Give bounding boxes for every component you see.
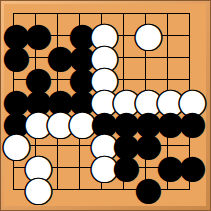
intersection-f8[interactable]: ● <box>112 156 134 178</box>
goban-grid: ●●●●●●●●●●●●●●●●●●●●●●●●●●●●●●●●●●●●●●●●… <box>2 2 200 200</box>
intersection-h3[interactable] <box>156 46 178 68</box>
intersection-h2[interactable] <box>156 24 178 46</box>
intersection-f9[interactable] <box>112 178 134 200</box>
intersection-b9[interactable]: ● <box>24 178 46 200</box>
intersection-a3[interactable]: ● <box>2 46 24 68</box>
intersection-e9[interactable] <box>90 178 112 200</box>
black-stone: ● <box>178 112 200 134</box>
intersection-a7[interactable]: ● <box>2 134 24 156</box>
intersection-d8[interactable] <box>68 156 90 178</box>
white-stone: ● <box>24 178 46 200</box>
intersection-i8[interactable]: ● <box>178 156 200 178</box>
intersection-c6[interactable]: ● <box>46 112 68 134</box>
black-stone: ● <box>178 156 200 178</box>
intersection-i1[interactable] <box>178 2 200 24</box>
intersection-d9[interactable] <box>68 178 90 200</box>
go-board: ●●●●●●●●●●●●●●●●●●●●●●●●●●●●●●●●●●●●●●●●… <box>0 0 211 211</box>
intersection-a9[interactable] <box>2 178 24 200</box>
intersection-i9[interactable] <box>178 178 200 200</box>
white-stone: ● <box>46 112 68 134</box>
white-stone: ● <box>68 112 90 134</box>
intersection-e8[interactable]: ● <box>90 156 112 178</box>
black-stone: ● <box>112 156 134 178</box>
intersection-c9[interactable] <box>46 178 68 200</box>
black-stone: ● <box>134 178 156 200</box>
white-stone: ● <box>2 134 24 156</box>
intersection-i6[interactable]: ● <box>178 112 200 134</box>
intersection-d7[interactable] <box>68 134 90 156</box>
intersection-g3[interactable] <box>134 46 156 68</box>
black-stone: ● <box>2 46 24 68</box>
intersection-i3[interactable] <box>178 46 200 68</box>
white-stone: ● <box>134 24 156 46</box>
white-stone: ● <box>90 156 112 178</box>
intersection-i2[interactable] <box>178 24 200 46</box>
intersection-a8[interactable] <box>2 156 24 178</box>
intersection-h9[interactable] <box>156 178 178 200</box>
intersection-d6[interactable]: ● <box>68 112 90 134</box>
intersection-g9[interactable]: ● <box>134 178 156 200</box>
intersection-g2[interactable]: ● <box>134 24 156 46</box>
